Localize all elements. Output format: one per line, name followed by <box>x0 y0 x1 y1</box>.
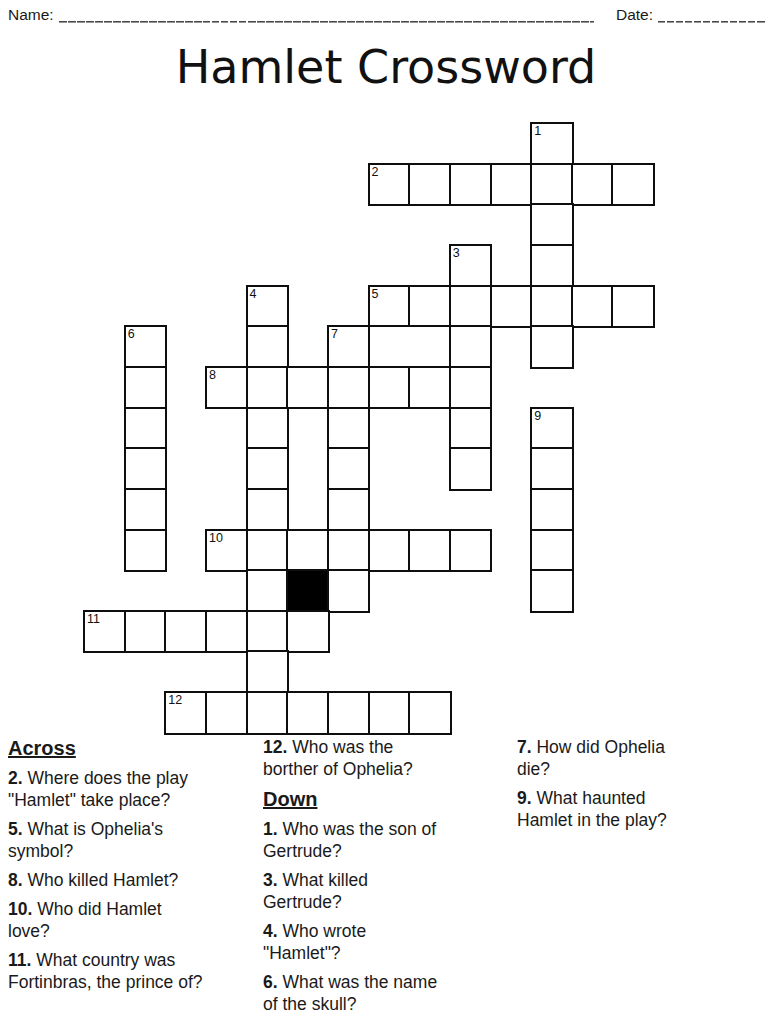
clue-number: 7. <box>517 737 532 757</box>
grid-cell-r7c9[interactable] <box>449 407 492 450</box>
clue-1: 1. Who was the son of Gertrude? <box>263 818 516 862</box>
grid-cell-r10c4[interactable] <box>246 529 289 572</box>
grid-cell-r12c4[interactable] <box>246 610 289 653</box>
cell-clue-number: 12 <box>168 693 182 707</box>
grid-cell-r7c4[interactable] <box>246 407 289 450</box>
date-input-line[interactable] <box>658 6 765 23</box>
grid-cell-r12c2[interactable] <box>164 610 207 653</box>
grid-cell-r14c5[interactable] <box>286 691 329 734</box>
grid-cell-r6c9[interactable] <box>449 366 492 409</box>
clue-column-3: 7. How did Ophelia die?9. What haunted H… <box>517 736 770 838</box>
grid-cell-r14c8[interactable] <box>408 691 451 734</box>
grid-cell-r6c7[interactable] <box>368 366 411 409</box>
grid-cell-r3c9[interactable]: 3 <box>449 244 492 287</box>
clue-number: 8. <box>8 870 23 890</box>
cell-clue-number: 10 <box>209 531 223 545</box>
grid-cell-r1c10[interactable] <box>490 163 533 206</box>
grid-cell-r10c5[interactable] <box>286 529 329 572</box>
cell-clue-number: 11 <box>87 612 100 626</box>
date-label: Date: <box>614 6 658 23</box>
clue-column-2: 12. Who was the borther of Ophelia?Down1… <box>263 736 516 1022</box>
clue-number: 9. <box>517 788 532 808</box>
grid-cell-r2c11[interactable] <box>530 203 573 246</box>
grid-cell-r6c1[interactable] <box>124 366 167 409</box>
grid-cell-r13c4[interactable] <box>246 650 289 693</box>
grid-cell-r10c6[interactable] <box>327 529 370 572</box>
grid-cell-r1c7[interactable]: 2 <box>368 163 411 206</box>
grid-cell-r14c6[interactable] <box>327 691 370 734</box>
clue-number: 3. <box>263 870 278 890</box>
clue-12: 12. Who was the borther of Ophelia? <box>263 736 516 780</box>
grid-cell-r8c1[interactable] <box>124 447 167 490</box>
cell-clue-number: 1 <box>534 124 541 138</box>
cell-clue-number: 3 <box>453 246 460 260</box>
clue-text: What haunted Hamlet in the play? <box>517 788 667 830</box>
clue-9: 9. What haunted Hamlet in the play? <box>517 787 770 831</box>
grid-cell-r4c9[interactable] <box>449 285 492 328</box>
grid-cell-r4c11[interactable] <box>530 285 573 328</box>
grid-cell-r10c1[interactable] <box>124 529 167 572</box>
grid-cell-r10c7[interactable] <box>368 529 411 572</box>
grid-cell-r11c11[interactable] <box>530 569 573 612</box>
name-date-bar: Name: Date: <box>8 6 765 23</box>
clue-number: 2. <box>8 768 23 788</box>
worksheet-page: Name: Date: Hamlet Crossword 12345678910… <box>0 0 772 1024</box>
grid-cell-r1c9[interactable] <box>449 163 492 206</box>
grid-cell-r7c6[interactable] <box>327 407 370 450</box>
grid-cell-r4c12[interactable] <box>571 285 614 328</box>
grid-cell-r3c11[interactable] <box>530 244 573 287</box>
grid-cell-r1c8[interactable] <box>408 163 451 206</box>
clue-number: 11. <box>8 950 31 970</box>
grid-cell-r10c8[interactable] <box>408 529 451 572</box>
grid-cell-r10c9[interactable] <box>449 529 492 572</box>
grid-cell-r5c11[interactable] <box>530 325 573 368</box>
clue-4: 4. Who wrote "Hamlet"? <box>263 920 516 964</box>
grid-cell-r4c8[interactable] <box>408 285 451 328</box>
grid-cell-r7c1[interactable] <box>124 407 167 450</box>
clue-number: 10. <box>8 899 32 919</box>
clue-column-1: Across2. Where does the play "Hamlet" ta… <box>8 736 261 1000</box>
grid-cell-r14c7[interactable] <box>368 691 411 734</box>
grid-cell-r0c11[interactable]: 1 <box>530 122 573 165</box>
grid-cell-r12c0[interactable]: 11 <box>83 610 126 653</box>
grid-cell-r4c10[interactable] <box>490 285 533 328</box>
grid-cell-r11c6[interactable] <box>327 569 370 612</box>
grid-cell-r14c2[interactable]: 12 <box>164 691 207 734</box>
clue-10: 10. Who did Hamlet love? <box>8 898 261 942</box>
grid-cell-r9c11[interactable] <box>530 488 573 531</box>
grid-cell-r9c6[interactable] <box>327 488 370 531</box>
cell-clue-number: 7 <box>331 327 338 341</box>
grid-cell-r11c4[interactable] <box>246 569 289 612</box>
clue-text: What killed Gertrude? <box>263 870 368 912</box>
grid-cell-r5c6[interactable]: 7 <box>327 325 370 368</box>
grid-cell-r10c3[interactable]: 10 <box>205 529 248 572</box>
clue-text: Who wrote "Hamlet"? <box>263 921 366 963</box>
clue-text: What country was Fortinbras, the prince … <box>8 950 203 992</box>
grid-cell-r5c7[interactable] <box>368 325 452 368</box>
grid-cell-r12c3[interactable] <box>205 610 248 653</box>
cell-clue-number: 8 <box>209 368 216 382</box>
cell-clue-number: 4 <box>250 287 257 301</box>
grid-cell-r12c5[interactable] <box>286 610 329 653</box>
clue-number: 4. <box>263 921 278 941</box>
cell-clue-number: 2 <box>372 165 379 179</box>
grid-cell-r4c4[interactable]: 4 <box>246 285 289 328</box>
grid-cell-r4c13[interactable] <box>611 285 654 328</box>
clue-number: 5. <box>8 819 23 839</box>
cell-clue-number: 6 <box>128 327 135 341</box>
clue-header-across: Across <box>8 736 261 760</box>
grid-cell-r8c11[interactable] <box>530 447 573 490</box>
cell-clue-number: 9 <box>534 409 541 423</box>
blocked-cell <box>286 569 329 612</box>
grid-cell-r6c4[interactable] <box>246 366 289 409</box>
clue-text: Where does the play "Hamlet" take place? <box>8 768 188 810</box>
clue-number: 6. <box>263 972 278 992</box>
clue-11: 11. What country was Fortinbras, the pri… <box>8 949 261 993</box>
page-title: Hamlet Crossword <box>0 40 772 94</box>
grid-cell-r12c1[interactable] <box>124 610 167 653</box>
grid-cell-r14c3[interactable] <box>205 691 248 734</box>
clue-text: What was the name of the skull? <box>263 972 437 1014</box>
grid-cell-r5c9[interactable] <box>449 325 492 368</box>
grid-cell-r8c4[interactable] <box>246 447 289 490</box>
clue-text: Who killed Hamlet? <box>23 870 179 890</box>
grid-cell-r6c5[interactable] <box>286 366 329 409</box>
grid-cell-r14c4[interactable] <box>246 691 289 734</box>
clue-5: 5. What is Ophelia's symbol? <box>8 818 261 862</box>
clue-6: 6. What was the name of the skull? <box>263 971 516 1015</box>
grid-cell-r9c4[interactable] <box>246 488 289 531</box>
grid-cell-r4c7[interactable]: 5 <box>368 285 411 328</box>
grid-cell-r7c11[interactable]: 9 <box>530 407 573 450</box>
clue-2: 2. Where does the play "Hamlet" take pla… <box>8 767 261 811</box>
grid-cell-r1c12[interactable] <box>571 163 614 206</box>
grid-cell-r6c8[interactable] <box>408 366 451 409</box>
name-label: Name: <box>8 6 59 23</box>
grid-cell-r1c13[interactable] <box>611 163 654 206</box>
clue-text: What is Ophelia's symbol? <box>8 819 163 861</box>
clue-header-down: Down <box>263 787 516 811</box>
grid-cell-r10c11[interactable] <box>530 529 573 572</box>
clue-number: 12. <box>263 737 287 757</box>
grid-cell-r6c6[interactable] <box>327 366 370 409</box>
grid-cell-r1c11[interactable] <box>530 163 573 206</box>
grid-cell-r8c9[interactable] <box>449 447 492 490</box>
clue-number: 1. <box>263 819 278 839</box>
grid-cell-r6c3[interactable]: 8 <box>205 366 248 409</box>
crossword-grid: 123456789101112 <box>83 122 658 737</box>
grid-cell-r9c1[interactable] <box>124 488 167 531</box>
clue-text: Who was the son of Gertrude? <box>263 819 436 861</box>
clue-text: How did Ophelia die? <box>517 737 665 779</box>
clue-text: Who did Hamlet love? <box>8 899 162 941</box>
grid-cell-r8c6[interactable] <box>327 447 370 490</box>
clue-8: 8. Who killed Hamlet? <box>8 869 261 891</box>
clue-3: 3. What killed Gertrude? <box>263 869 516 913</box>
cell-clue-number: 5 <box>372 287 379 301</box>
grid-cell-r5c1[interactable]: 6 <box>124 325 167 368</box>
name-input-line[interactable] <box>59 6 594 23</box>
clue-7: 7. How did Ophelia die? <box>517 736 770 780</box>
grid-cell-r5c4[interactable] <box>246 325 289 368</box>
